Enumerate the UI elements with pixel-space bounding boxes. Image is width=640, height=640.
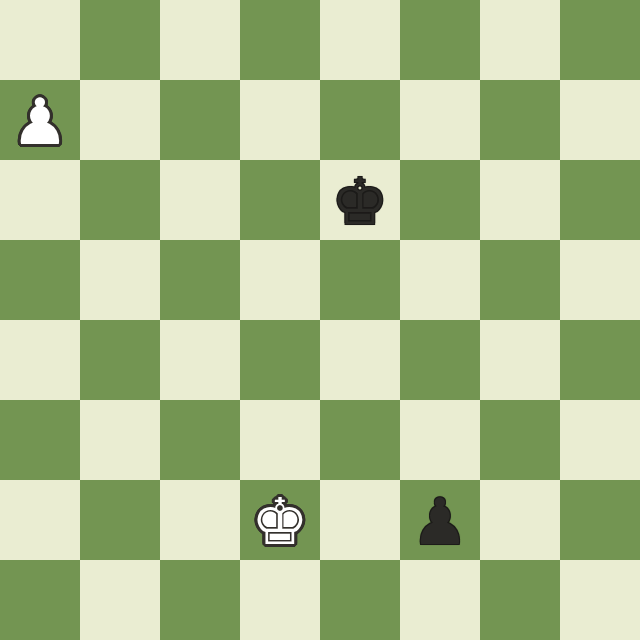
square-a5[interactable] xyxy=(0,240,80,320)
square-g3[interactable] xyxy=(480,400,560,480)
square-b3[interactable] xyxy=(80,400,160,480)
square-a8[interactable] xyxy=(0,0,80,80)
square-c5[interactable] xyxy=(160,240,240,320)
square-h5[interactable] xyxy=(560,240,640,320)
square-c4[interactable] xyxy=(160,320,240,400)
white-pawn-a7[interactable]: ♟ xyxy=(11,90,68,154)
square-d7[interactable] xyxy=(240,80,320,160)
square-e4[interactable] xyxy=(320,320,400,400)
square-b6[interactable] xyxy=(80,160,160,240)
square-h4[interactable] xyxy=(560,320,640,400)
square-a2[interactable] xyxy=(0,480,80,560)
square-f4[interactable] xyxy=(400,320,480,400)
square-d3[interactable] xyxy=(240,400,320,480)
square-e3[interactable] xyxy=(320,400,400,480)
square-g5[interactable] xyxy=(480,240,560,320)
square-a4[interactable] xyxy=(0,320,80,400)
square-d6[interactable] xyxy=(240,160,320,240)
square-f8[interactable] xyxy=(400,0,480,80)
square-a6[interactable] xyxy=(0,160,80,240)
black-pawn-f2[interactable]: ♟ xyxy=(411,490,468,554)
square-f6[interactable] xyxy=(400,160,480,240)
square-g1[interactable] xyxy=(480,560,560,640)
square-h1[interactable] xyxy=(560,560,640,640)
square-g2[interactable] xyxy=(480,480,560,560)
square-b4[interactable] xyxy=(80,320,160,400)
square-b8[interactable] xyxy=(80,0,160,80)
square-f3[interactable] xyxy=(400,400,480,480)
square-h7[interactable] xyxy=(560,80,640,160)
square-g6[interactable] xyxy=(480,160,560,240)
square-f7[interactable] xyxy=(400,80,480,160)
square-e1[interactable] xyxy=(320,560,400,640)
square-e6[interactable]: ♚ xyxy=(320,160,400,240)
square-a1[interactable] xyxy=(0,560,80,640)
square-d2[interactable]: ♚ xyxy=(240,480,320,560)
square-g4[interactable] xyxy=(480,320,560,400)
square-b5[interactable] xyxy=(80,240,160,320)
square-h8[interactable] xyxy=(560,0,640,80)
square-b1[interactable] xyxy=(80,560,160,640)
square-d8[interactable] xyxy=(240,0,320,80)
square-g7[interactable] xyxy=(480,80,560,160)
square-d1[interactable] xyxy=(240,560,320,640)
square-h6[interactable] xyxy=(560,160,640,240)
square-c6[interactable] xyxy=(160,160,240,240)
square-h2[interactable] xyxy=(560,480,640,560)
black-king-e6[interactable]: ♚ xyxy=(331,170,388,234)
square-e7[interactable] xyxy=(320,80,400,160)
square-e8[interactable] xyxy=(320,0,400,80)
square-g8[interactable] xyxy=(480,0,560,80)
square-f1[interactable] xyxy=(400,560,480,640)
chess-board-container: ♟♚♚♟ xyxy=(0,0,640,640)
square-e5[interactable] xyxy=(320,240,400,320)
square-h3[interactable] xyxy=(560,400,640,480)
square-a7[interactable]: ♟ xyxy=(0,80,80,160)
square-c1[interactable] xyxy=(160,560,240,640)
white-king-d2[interactable]: ♚ xyxy=(251,490,308,554)
square-f2[interactable]: ♟ xyxy=(400,480,480,560)
square-d4[interactable] xyxy=(240,320,320,400)
square-f5[interactable] xyxy=(400,240,480,320)
square-b7[interactable] xyxy=(80,80,160,160)
square-a3[interactable] xyxy=(0,400,80,480)
chess-board: ♟♚♚♟ xyxy=(0,0,640,640)
square-c7[interactable] xyxy=(160,80,240,160)
square-c2[interactable] xyxy=(160,480,240,560)
square-b2[interactable] xyxy=(80,480,160,560)
square-c8[interactable] xyxy=(160,0,240,80)
square-c3[interactable] xyxy=(160,400,240,480)
square-e2[interactable] xyxy=(320,480,400,560)
square-d5[interactable] xyxy=(240,240,320,320)
